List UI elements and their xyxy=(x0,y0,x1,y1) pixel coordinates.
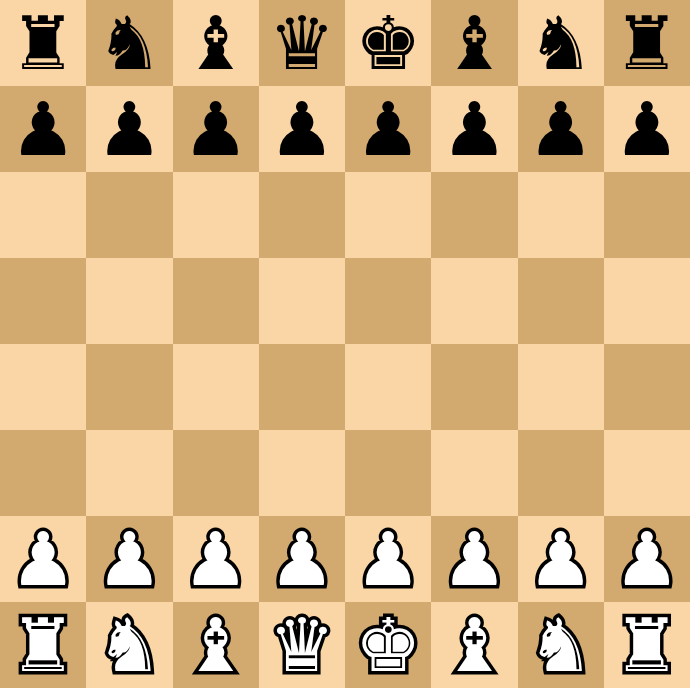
square-h2[interactable]: ♟ xyxy=(604,516,690,602)
square-f5[interactable] xyxy=(431,258,517,344)
square-d6[interactable] xyxy=(259,172,345,258)
square-h7[interactable]: ♟ xyxy=(604,86,690,172)
chess-board: ♜♞♝♛♚♝♞♜♟♟♟♟♟♟♟♟♟♟♟♟♟♟♟♟♜♞♝♛♚♝♞♜ xyxy=(0,0,690,688)
black-queen[interactable]: ♛ xyxy=(269,6,335,80)
square-e2[interactable]: ♟ xyxy=(345,516,431,602)
square-b1[interactable]: ♞ xyxy=(86,602,172,688)
square-c1[interactable]: ♝ xyxy=(173,602,259,688)
square-b8[interactable]: ♞ xyxy=(86,0,172,86)
square-e1[interactable]: ♚ xyxy=(345,602,431,688)
square-b2[interactable]: ♟ xyxy=(86,516,172,602)
square-h8[interactable]: ♜ xyxy=(604,0,690,86)
black-pawn[interactable]: ♟ xyxy=(96,92,162,166)
white-rook[interactable]: ♜ xyxy=(10,608,76,682)
square-e6[interactable] xyxy=(345,172,431,258)
square-c5[interactable] xyxy=(173,258,259,344)
white-knight[interactable]: ♞ xyxy=(96,608,162,682)
square-h1[interactable]: ♜ xyxy=(604,602,690,688)
square-c2[interactable]: ♟ xyxy=(173,516,259,602)
square-f6[interactable] xyxy=(431,172,517,258)
square-d1[interactable]: ♛ xyxy=(259,602,345,688)
black-pawn[interactable]: ♟ xyxy=(269,92,335,166)
square-e8[interactable]: ♚ xyxy=(345,0,431,86)
square-b4[interactable] xyxy=(86,344,172,430)
square-a2[interactable]: ♟ xyxy=(0,516,86,602)
square-d8[interactable]: ♛ xyxy=(259,0,345,86)
square-d2[interactable]: ♟ xyxy=(259,516,345,602)
square-g7[interactable]: ♟ xyxy=(518,86,604,172)
square-f2[interactable]: ♟ xyxy=(431,516,517,602)
square-f4[interactable] xyxy=(431,344,517,430)
white-pawn[interactable]: ♟ xyxy=(96,522,162,596)
square-c7[interactable]: ♟ xyxy=(173,86,259,172)
square-a1[interactable]: ♜ xyxy=(0,602,86,688)
white-bishop[interactable]: ♝ xyxy=(182,608,248,682)
square-a3[interactable] xyxy=(0,430,86,516)
square-c6[interactable] xyxy=(173,172,259,258)
square-h6[interactable] xyxy=(604,172,690,258)
square-g4[interactable] xyxy=(518,344,604,430)
white-pawn[interactable]: ♟ xyxy=(527,522,593,596)
square-h4[interactable] xyxy=(604,344,690,430)
square-c8[interactable]: ♝ xyxy=(173,0,259,86)
square-f3[interactable] xyxy=(431,430,517,516)
square-f7[interactable]: ♟ xyxy=(431,86,517,172)
square-h3[interactable] xyxy=(604,430,690,516)
square-d7[interactable]: ♟ xyxy=(259,86,345,172)
white-queen[interactable]: ♛ xyxy=(269,608,335,682)
white-pawn[interactable]: ♟ xyxy=(269,522,335,596)
white-pawn[interactable]: ♟ xyxy=(182,522,248,596)
black-rook[interactable]: ♜ xyxy=(10,6,76,80)
black-bishop[interactable]: ♝ xyxy=(182,6,248,80)
square-e3[interactable] xyxy=(345,430,431,516)
square-g8[interactable]: ♞ xyxy=(518,0,604,86)
black-knight[interactable]: ♞ xyxy=(96,6,162,80)
black-pawn[interactable]: ♟ xyxy=(182,92,248,166)
square-c4[interactable] xyxy=(173,344,259,430)
square-b7[interactable]: ♟ xyxy=(86,86,172,172)
black-pawn[interactable]: ♟ xyxy=(614,92,680,166)
white-pawn[interactable]: ♟ xyxy=(614,522,680,596)
square-d3[interactable] xyxy=(259,430,345,516)
square-e5[interactable] xyxy=(345,258,431,344)
square-f8[interactable]: ♝ xyxy=(431,0,517,86)
white-pawn[interactable]: ♟ xyxy=(441,522,507,596)
square-a7[interactable]: ♟ xyxy=(0,86,86,172)
square-d5[interactable] xyxy=(259,258,345,344)
black-pawn[interactable]: ♟ xyxy=(355,92,421,166)
black-pawn[interactable]: ♟ xyxy=(10,92,76,166)
square-e4[interactable] xyxy=(345,344,431,430)
square-b3[interactable] xyxy=(86,430,172,516)
square-f1[interactable]: ♝ xyxy=(431,602,517,688)
black-rook[interactable]: ♜ xyxy=(614,6,680,80)
white-pawn[interactable]: ♟ xyxy=(10,522,76,596)
black-pawn[interactable]: ♟ xyxy=(441,92,507,166)
black-bishop[interactable]: ♝ xyxy=(441,6,507,80)
square-g5[interactable] xyxy=(518,258,604,344)
square-a5[interactable] xyxy=(0,258,86,344)
square-a6[interactable] xyxy=(0,172,86,258)
square-h5[interactable] xyxy=(604,258,690,344)
square-g2[interactable]: ♟ xyxy=(518,516,604,602)
white-pawn[interactable]: ♟ xyxy=(355,522,421,596)
square-c3[interactable] xyxy=(173,430,259,516)
square-g1[interactable]: ♞ xyxy=(518,602,604,688)
square-e7[interactable]: ♟ xyxy=(345,86,431,172)
white-rook[interactable]: ♜ xyxy=(614,608,680,682)
square-a4[interactable] xyxy=(0,344,86,430)
square-b6[interactable] xyxy=(86,172,172,258)
square-g6[interactable] xyxy=(518,172,604,258)
square-b5[interactable] xyxy=(86,258,172,344)
square-g3[interactable] xyxy=(518,430,604,516)
black-king[interactable]: ♚ xyxy=(355,6,421,80)
square-d4[interactable] xyxy=(259,344,345,430)
square-a8[interactable]: ♜ xyxy=(0,0,86,86)
white-knight[interactable]: ♞ xyxy=(527,608,593,682)
black-pawn[interactable]: ♟ xyxy=(527,92,593,166)
white-bishop[interactable]: ♝ xyxy=(441,608,507,682)
white-king[interactable]: ♚ xyxy=(355,608,421,682)
black-knight[interactable]: ♞ xyxy=(527,6,593,80)
